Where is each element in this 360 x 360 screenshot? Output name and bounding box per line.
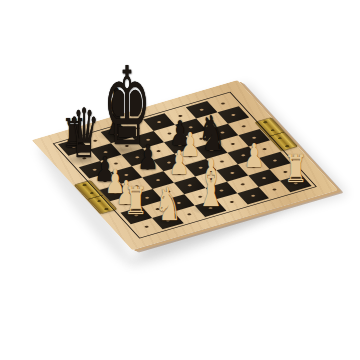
chess-board [32, 80, 338, 250]
product-photo: ♝♟♚♜♞♟♛♟♟♟♟♜♟♟♝♜♞ [0, 0, 360, 360]
